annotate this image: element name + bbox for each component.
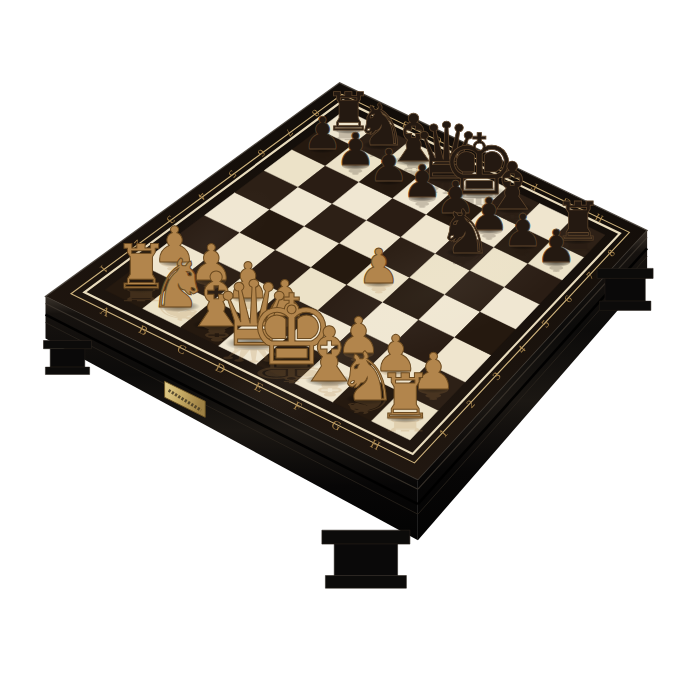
- piece-black-knight-f6[interactable]: ♞♞: [438, 196, 493, 270]
- foot-base: [599, 301, 651, 310]
- foot-cap: [597, 268, 653, 278]
- foot-column: [605, 278, 645, 301]
- chessboard: chess: [0, 0, 700, 700]
- foot-right: [597, 268, 653, 310]
- foot-cap: [44, 341, 92, 349]
- foot-left: [44, 341, 92, 375]
- foot-bottom: [322, 530, 410, 588]
- piece-glyph-knight: ♞: [438, 196, 493, 267]
- chess-set-photo: chess: [0, 0, 700, 700]
- piece-black-pawn-h7[interactable]: ♟♟: [536, 220, 577, 275]
- foot-column: [50, 349, 85, 367]
- foot-column: [334, 544, 397, 575]
- foot-cap: [322, 530, 410, 544]
- piece-white-pawn-e4[interactable]: ♟♟: [357, 238, 400, 296]
- piece-glyph-pawn: ♟: [536, 220, 577, 273]
- piece-glyph-rook: ♜: [378, 361, 433, 433]
- foot-base: [45, 367, 89, 374]
- piece-glyph-pawn: ♟: [357, 238, 400, 294]
- piece-white-rook-h1[interactable]: ♜♜: [378, 361, 433, 435]
- foot-base: [325, 576, 406, 589]
